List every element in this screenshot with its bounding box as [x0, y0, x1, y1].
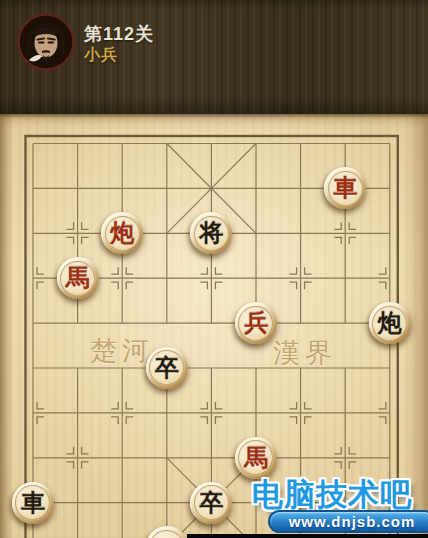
- piece-black-general[interactable]: 将: [190, 212, 232, 254]
- piece-black-soldier[interactable]: 卒: [146, 347, 188, 389]
- piece-character: 炮: [101, 212, 143, 254]
- piece-character: [146, 526, 188, 538]
- piece-character: 車: [12, 482, 54, 524]
- watermark-url: www.dnjsb.com: [289, 513, 416, 530]
- piece-red-horse[interactable]: 馬: [235, 437, 277, 479]
- piece-red-soldier[interactable]: 兵: [235, 302, 277, 344]
- piece-character: 炮: [369, 302, 411, 344]
- game-screen: 楚河 漢界 車炮将馬兵炮卒馬車卒 第112关 小兵 电脑技术吧 www.dnjs…: [0, 0, 428, 538]
- watermark-url-bar: www.dnjsb.com: [268, 510, 428, 533]
- piece-character: 馬: [235, 437, 277, 479]
- piece-character: 卒: [190, 482, 232, 524]
- piece-character: 馬: [57, 257, 99, 299]
- piece-black-chariot[interactable]: 車: [12, 482, 54, 524]
- player-avatar[interactable]: [17, 13, 75, 71]
- piece-character: 車: [324, 167, 366, 209]
- piece-red-chariot[interactable]: 車: [324, 167, 366, 209]
- piece-red-cannon[interactable]: 炮: [101, 212, 143, 254]
- level-number: 第112关: [84, 22, 154, 46]
- piece-character: 兵: [235, 302, 277, 344]
- piece-red-horse[interactable]: 馬: [57, 257, 99, 299]
- level-name: 小兵: [84, 45, 118, 66]
- piece-character: 将: [190, 212, 232, 254]
- piece-unknown-partial[interactable]: [146, 526, 188, 538]
- piece-character: 卒: [146, 347, 188, 389]
- piece-black-soldier[interactable]: 卒: [190, 482, 232, 524]
- piece-black-cannon[interactable]: 炮: [369, 302, 411, 344]
- level-header: 第112关 小兵: [0, 0, 428, 114]
- bottom-edge-strip: [187, 534, 428, 538]
